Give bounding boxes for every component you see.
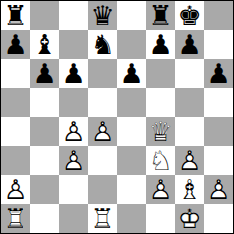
square-e1[interactable] [117,204,146,233]
square-e5[interactable] [117,88,146,117]
square-h8[interactable] [204,1,233,30]
square-a2[interactable]: ♟♙ [1,175,30,204]
piece-black-pawn[interactable]: ♟ [30,59,59,88]
square-c5[interactable] [59,88,88,117]
piece-white-pawn[interactable]: ♙ [59,146,88,175]
piece-black-rook[interactable]: ♜ [1,1,30,30]
piece-white-bishop[interactable]: ♗ [175,175,204,204]
square-b6[interactable]: ♟ [30,59,59,88]
square-b8[interactable] [30,1,59,30]
square-a7[interactable]: ♟ [1,30,30,59]
square-a1[interactable]: ♜♖ [1,204,30,233]
square-c2[interactable] [59,175,88,204]
square-g6[interactable] [175,59,204,88]
square-b3[interactable] [30,146,59,175]
square-g4[interactable] [175,117,204,146]
piece-black-pawn[interactable]: ♟ [1,30,30,59]
chess-board: ♜♛♜♚♟♝♞♟♟♟♟♟♟♟♙♟♙♛♕♟♙♞♘♟♙♟♙♟♙♝♗♟♙♜♖♜♖♚♔ [0,0,234,234]
piece-black-queen[interactable]: ♛ [88,1,117,30]
square-f7[interactable]: ♟ [146,30,175,59]
piece-black-pawn[interactable]: ♟ [59,59,88,88]
square-h2[interactable]: ♟♙ [204,175,233,204]
square-c3[interactable]: ♟♙ [59,146,88,175]
square-b2[interactable] [30,175,59,204]
square-d5[interactable] [88,88,117,117]
square-g5[interactable] [175,88,204,117]
square-c7[interactable] [59,30,88,59]
square-a4[interactable] [1,117,30,146]
square-h7[interactable] [204,30,233,59]
piece-white-pawn[interactable]: ♙ [175,146,204,175]
square-d4[interactable]: ♟♙ [88,117,117,146]
piece-black-pawn[interactable]: ♟ [117,59,146,88]
square-h4[interactable] [204,117,233,146]
square-g1[interactable]: ♚♔ [175,204,204,233]
square-e2[interactable] [117,175,146,204]
square-h5[interactable] [204,88,233,117]
square-f1[interactable] [146,204,175,233]
square-h3[interactable] [204,146,233,175]
square-a8[interactable]: ♜ [1,1,30,30]
square-c6[interactable]: ♟ [59,59,88,88]
piece-black-bishop[interactable]: ♝ [30,30,59,59]
square-a6[interactable] [1,59,30,88]
square-d3[interactable] [88,146,117,175]
square-g2[interactable]: ♝♗ [175,175,204,204]
square-a3[interactable] [1,146,30,175]
piece-white-pawn[interactable]: ♙ [1,175,30,204]
square-a5[interactable] [1,88,30,117]
square-b7[interactable]: ♝ [30,30,59,59]
piece-white-pawn[interactable]: ♙ [146,175,175,204]
square-d2[interactable] [88,175,117,204]
piece-white-pawn[interactable]: ♙ [204,175,233,204]
square-e6[interactable]: ♟ [117,59,146,88]
square-g7[interactable]: ♟ [175,30,204,59]
square-f4[interactable]: ♛♕ [146,117,175,146]
square-f3[interactable]: ♞♘ [146,146,175,175]
piece-black-rook[interactable]: ♜ [146,1,175,30]
square-g3[interactable]: ♟♙ [175,146,204,175]
square-f8[interactable]: ♜ [146,1,175,30]
square-e8[interactable] [117,1,146,30]
piece-white-pawn[interactable]: ♙ [59,117,88,146]
square-f6[interactable] [146,59,175,88]
piece-white-queen[interactable]: ♕ [146,117,175,146]
square-b1[interactable] [30,204,59,233]
square-d1[interactable]: ♜♖ [88,204,117,233]
piece-white-rook[interactable]: ♖ [1,204,30,233]
piece-white-rook[interactable]: ♖ [88,204,117,233]
piece-white-king[interactable]: ♔ [175,204,204,233]
square-c8[interactable] [59,1,88,30]
piece-black-knight[interactable]: ♞ [88,30,117,59]
square-e3[interactable] [117,146,146,175]
square-f5[interactable] [146,88,175,117]
square-e7[interactable] [117,30,146,59]
piece-black-pawn[interactable]: ♟ [175,30,204,59]
square-f2[interactable]: ♟♙ [146,175,175,204]
piece-black-pawn[interactable]: ♟ [146,30,175,59]
piece-black-king[interactable]: ♚ [175,1,204,30]
piece-white-pawn[interactable]: ♙ [88,117,117,146]
square-d8[interactable]: ♛ [88,1,117,30]
square-d7[interactable]: ♞ [88,30,117,59]
square-b4[interactable] [30,117,59,146]
piece-white-knight[interactable]: ♘ [146,146,175,175]
square-b5[interactable] [30,88,59,117]
square-c4[interactable]: ♟♙ [59,117,88,146]
square-d6[interactable] [88,59,117,88]
square-g8[interactable]: ♚ [175,1,204,30]
square-e4[interactable] [117,117,146,146]
piece-black-pawn[interactable]: ♟ [204,59,233,88]
square-c1[interactable] [59,204,88,233]
square-h1[interactable] [204,204,233,233]
square-h6[interactable]: ♟ [204,59,233,88]
